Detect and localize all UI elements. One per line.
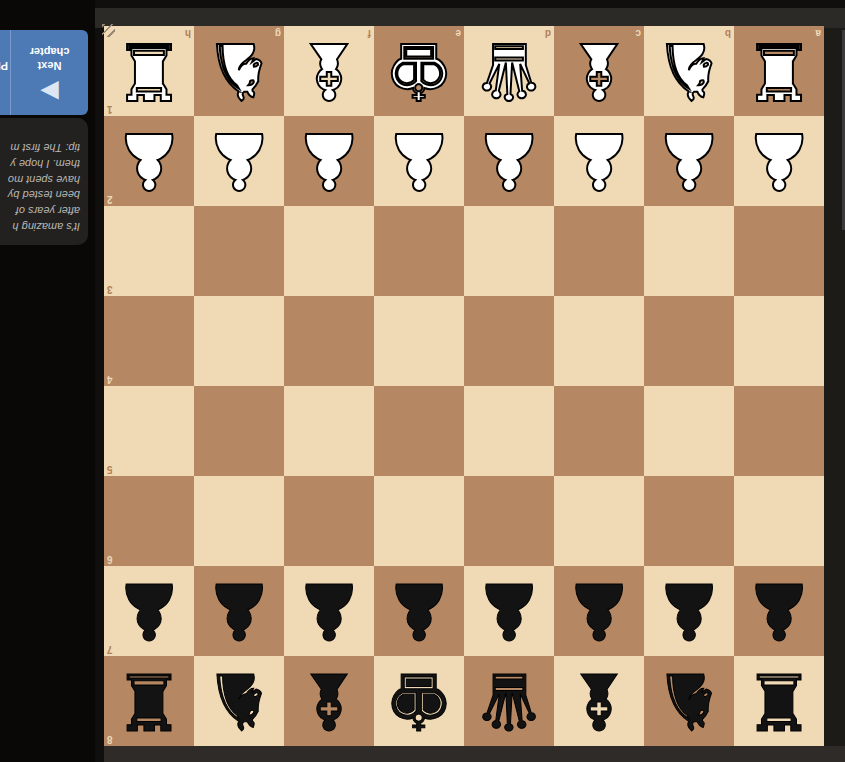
square-e1[interactable]: ♚e [374, 26, 464, 116]
coordinate-rank-8: 8 [107, 734, 113, 744]
square-b4[interactable] [644, 296, 734, 386]
coordinate-file-c: c [635, 28, 641, 38]
piece-black-bishop[interactable]: ♝ [564, 662, 634, 740]
square-g6[interactable] [194, 476, 284, 566]
piece-white-knight[interactable]: ♞ [654, 32, 724, 110]
coordinate-file-d: d [545, 28, 551, 38]
piece-white-pawn[interactable]: ♟ [654, 122, 724, 200]
square-g1[interactable]: ♞g [194, 26, 284, 116]
square-h1[interactable]: ♜h1 [104, 26, 194, 116]
square-e8[interactable]: ♚ [374, 656, 464, 746]
piece-white-king[interactable]: ♚ [384, 32, 454, 110]
comment-line: It's amazing h [0, 218, 80, 234]
coordinate-rank-7: 7 [107, 644, 113, 654]
square-d6[interactable] [464, 476, 554, 566]
square-f8[interactable]: ♝ [284, 656, 374, 746]
comment-line: tip: The first m [0, 139, 80, 155]
piece-white-pawn[interactable]: ♟ [114, 122, 184, 200]
comment-line: after years of [0, 202, 80, 218]
play-icon: ▶ [40, 78, 58, 106]
square-f4[interactable] [284, 296, 374, 386]
square-c1[interactable]: ♝c [554, 26, 644, 116]
square-e3[interactable] [374, 206, 464, 296]
piece-black-rook[interactable]: ♜ [744, 662, 814, 740]
square-h5[interactable]: 5 [104, 386, 194, 476]
piece-black-pawn[interactable]: ♟ [384, 572, 454, 650]
piece-black-pawn[interactable]: ♟ [294, 572, 364, 650]
square-h8[interactable]: ♜8 [104, 656, 194, 746]
coordinate-rank-4: 4 [107, 374, 113, 384]
square-c4[interactable] [554, 296, 644, 386]
square-g7[interactable]: ♟ [194, 566, 284, 656]
chess-board: ♜♞♝♛♚♝♞♜8♟♟♟♟♟♟♟♟76543♟♟♟♟♟♟♟♟2♜a♞b♝c♛d♚… [104, 26, 824, 746]
piece-white-pawn[interactable]: ♟ [564, 122, 634, 200]
square-b3[interactable] [644, 206, 734, 296]
coordinate-rank-2: 2 [107, 194, 113, 204]
square-b2[interactable]: ♟ [644, 116, 734, 206]
square-e2[interactable]: ♟ [374, 116, 464, 206]
comment-line: have spent mo [0, 171, 80, 187]
piece-black-king[interactable]: ♚ [384, 662, 454, 740]
coordinate-file-f: f [368, 28, 371, 38]
square-c8[interactable]: ♝ [554, 656, 644, 746]
square-b5[interactable] [644, 386, 734, 476]
square-a8[interactable]: ♜ [734, 656, 824, 746]
piece-black-pawn[interactable]: ♟ [114, 572, 184, 650]
study-comment-box: It's amazing h after years of been teste… [0, 118, 88, 245]
square-f1[interactable]: ♝f [284, 26, 374, 116]
square-c5[interactable] [554, 386, 644, 476]
coordinate-rank-1: 1 [107, 104, 113, 114]
board-top-strip [104, 746, 845, 762]
square-g2[interactable]: ♟ [194, 116, 284, 206]
square-c2[interactable]: ♟ [554, 116, 644, 206]
square-f2[interactable]: ♟ [284, 116, 374, 206]
square-b1[interactable]: ♞b [644, 26, 734, 116]
piece-white-bishop[interactable]: ♝ [564, 32, 634, 110]
piece-white-rook[interactable]: ♜ [114, 32, 184, 110]
piece-black-knight[interactable]: ♞ [204, 662, 274, 740]
second-button-label: Pl [0, 59, 10, 73]
square-f3[interactable] [284, 206, 374, 296]
piece-white-knight[interactable]: ♞ [204, 32, 274, 110]
second-button-clipped[interactable]: ▶ Pl [0, 30, 11, 115]
square-h3[interactable]: 3 [104, 206, 194, 296]
square-h4[interactable]: 4 [104, 296, 194, 386]
piece-white-pawn[interactable]: ♟ [294, 122, 364, 200]
square-a7[interactable]: ♟ [734, 566, 824, 656]
square-f6[interactable] [284, 476, 374, 566]
square-a4[interactable] [734, 296, 824, 386]
coordinate-file-h: h [185, 28, 191, 38]
square-e4[interactable] [374, 296, 464, 386]
piece-white-pawn[interactable]: ♟ [474, 122, 544, 200]
piece-white-pawn[interactable]: ♟ [744, 122, 814, 200]
square-c3[interactable] [554, 206, 644, 296]
square-h7[interactable]: ♟7 [104, 566, 194, 656]
coordinate-file-e: e [455, 28, 461, 38]
square-g3[interactable] [194, 206, 284, 296]
square-g5[interactable] [194, 386, 284, 476]
square-d3[interactable] [464, 206, 554, 296]
coordinate-file-b: b [725, 28, 731, 38]
comment-line: been tested by [0, 187, 80, 203]
square-d8[interactable]: ♛ [464, 656, 554, 746]
square-b7[interactable]: ♟ [644, 566, 734, 656]
next-chapter-button[interactable]: ▶ Next chapter [11, 30, 88, 115]
board-resize-handle[interactable] [102, 24, 115, 37]
square-g4[interactable] [194, 296, 284, 386]
piece-black-queen[interactable]: ♛ [474, 662, 544, 740]
square-b8[interactable]: ♞ [644, 656, 734, 746]
page: ♜♞♝♛♚♝♞♜8♟♟♟♟♟♟♟♟76543♟♟♟♟♟♟♟♟2♜a♞b♝c♛d♚… [0, 0, 845, 762]
piece-black-pawn[interactable]: ♟ [204, 572, 274, 650]
next-chapter-label: Next chapter [30, 45, 70, 73]
coordinate-rank-5: 5 [107, 464, 113, 474]
square-a2[interactable]: ♟ [734, 116, 824, 206]
coordinate-file-a: a [815, 28, 821, 38]
square-a6[interactable] [734, 476, 824, 566]
square-e5[interactable] [374, 386, 464, 476]
coordinate-rank-3: 3 [107, 284, 113, 294]
square-h6[interactable]: 6 [104, 476, 194, 566]
square-f5[interactable] [284, 386, 374, 476]
comment-line: them. I hope y [0, 155, 80, 171]
piece-black-rook[interactable]: ♜ [114, 662, 184, 740]
piece-white-queen[interactable]: ♛ [474, 32, 544, 110]
chapter-buttons-row: ▶ Next chapter ▶ Pl [0, 30, 88, 115]
coordinate-rank-6: 6 [107, 554, 113, 564]
piece-black-bishop[interactable]: ♝ [294, 662, 364, 740]
piece-white-rook[interactable]: ♜ [744, 32, 814, 110]
piece-white-pawn[interactable]: ♟ [384, 122, 454, 200]
square-h2[interactable]: ♟2 [104, 116, 194, 206]
board-bottom-strip [95, 8, 845, 28]
piece-white-pawn[interactable]: ♟ [204, 122, 274, 200]
square-f7[interactable]: ♟ [284, 566, 374, 656]
square-b6[interactable] [644, 476, 734, 566]
square-c6[interactable] [554, 476, 644, 566]
square-d2[interactable]: ♟ [464, 116, 554, 206]
square-d4[interactable] [464, 296, 554, 386]
square-d5[interactable] [464, 386, 554, 476]
coordinate-file-g: g [275, 28, 281, 38]
piece-white-bishop[interactable]: ♝ [294, 32, 364, 110]
piece-black-knight[interactable]: ♞ [654, 662, 724, 740]
square-a1[interactable]: ♜a [734, 26, 824, 116]
square-a5[interactable] [734, 386, 824, 476]
square-c7[interactable]: ♟ [554, 566, 644, 656]
piece-black-pawn[interactable]: ♟ [564, 572, 634, 650]
square-e7[interactable]: ♟ [374, 566, 464, 656]
piece-black-pawn[interactable]: ♟ [654, 572, 724, 650]
piece-black-pawn[interactable]: ♟ [474, 572, 544, 650]
square-d7[interactable]: ♟ [464, 566, 554, 656]
square-e6[interactable] [374, 476, 464, 566]
square-g8[interactable]: ♞ [194, 656, 284, 746]
square-a3[interactable] [734, 206, 824, 296]
piece-black-pawn[interactable]: ♟ [744, 572, 814, 650]
square-d1[interactable]: ♛d [464, 26, 554, 116]
